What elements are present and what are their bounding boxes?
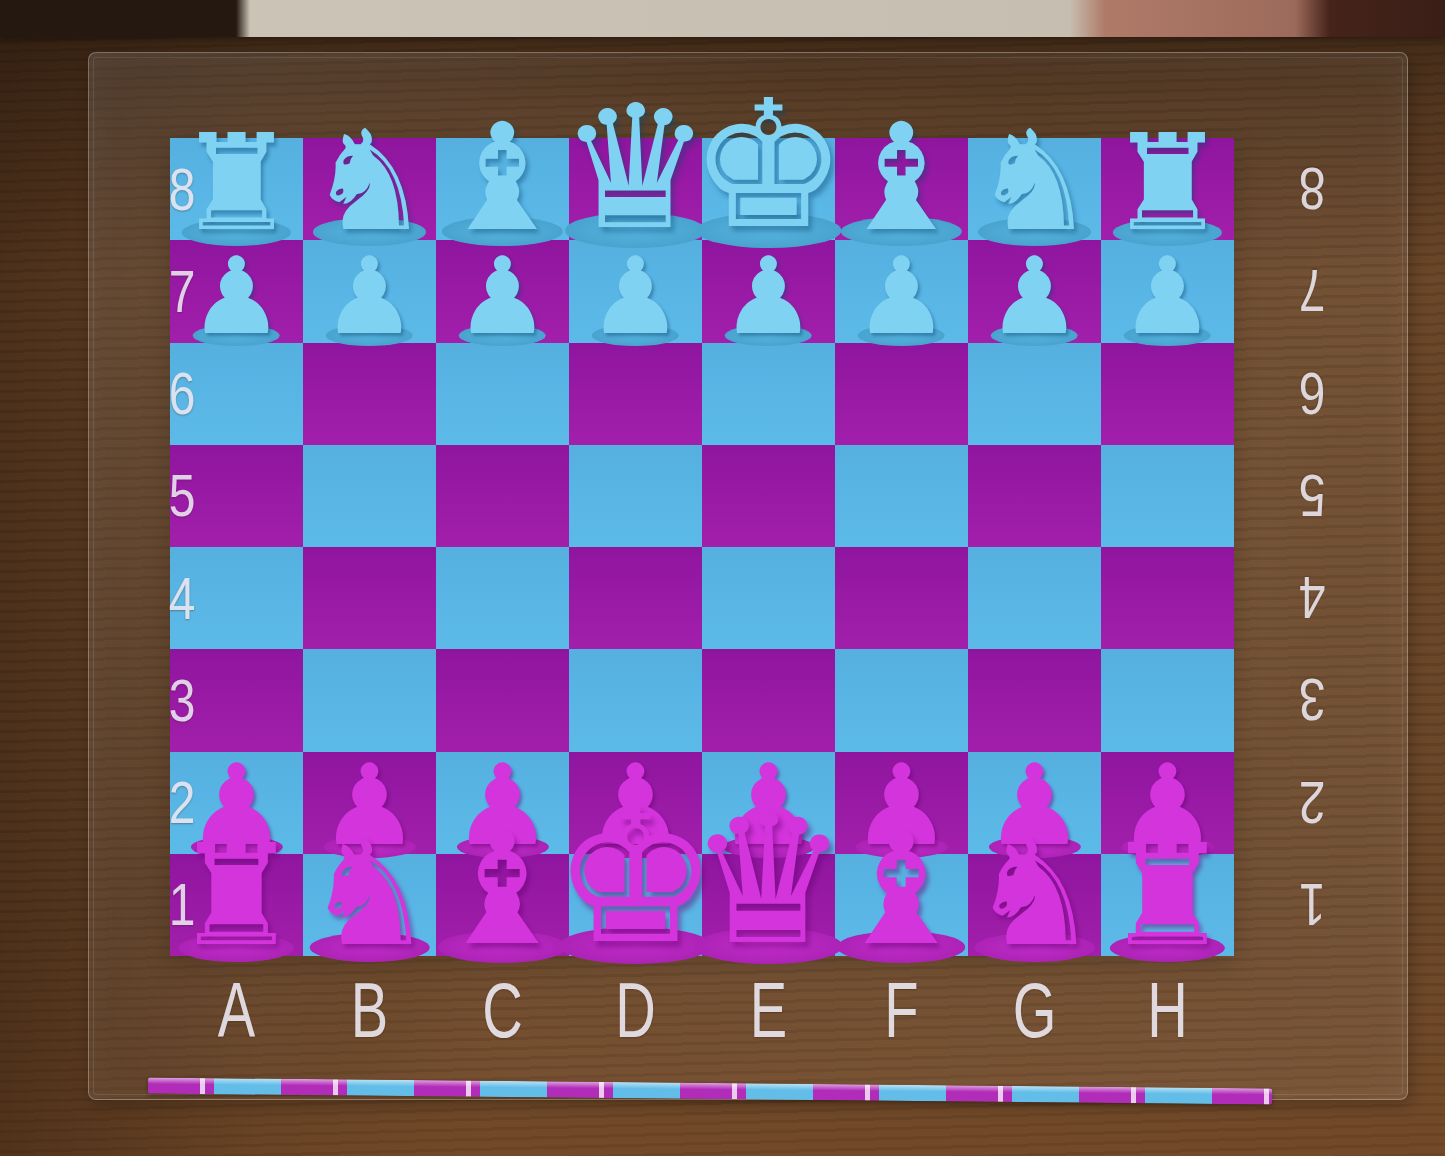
piece-white-knight[interactable]: ♞ <box>304 834 435 954</box>
piece-cell-f7: ♟ <box>835 240 968 342</box>
piece-black-pawn[interactable]: ♟ <box>1120 253 1215 340</box>
rank-labels-right-6: 6 <box>1257 343 1326 445</box>
brick-ledge <box>0 0 1445 37</box>
piece-black-king[interactable]: ♚ <box>689 93 847 238</box>
piece-cell-b8: ♞ <box>303 138 436 240</box>
square-h3[interactable] <box>1101 649 1234 751</box>
square-g5[interactable] <box>968 445 1101 547</box>
rank-labels-right-1: 1 <box>1257 854 1326 956</box>
piece-black-rook[interactable]: ♜ <box>1108 129 1227 238</box>
square-f5[interactable] <box>835 445 968 547</box>
piece-black-knight[interactable]: ♞ <box>972 125 1096 239</box>
piece-black-bishop[interactable]: ♝ <box>835 117 968 239</box>
piece-cell-c7: ♟ <box>436 240 569 342</box>
rank-labels-right-3: 3 <box>1257 649 1326 751</box>
piece-black-pawn[interactable]: ♟ <box>854 253 949 340</box>
rank-labels-right-4: 4 <box>1257 547 1326 649</box>
square-c4[interactable] <box>436 547 569 649</box>
square-c5[interactable] <box>436 445 569 547</box>
piece-black-rook[interactable]: ♜ <box>177 129 296 238</box>
rank-labels-left-6: 6 <box>127 343 196 445</box>
piece-black-pawn[interactable]: ♟ <box>189 253 284 340</box>
file-labels-a: A <box>189 964 285 1056</box>
piece-cell-g8: ♞ <box>968 138 1101 240</box>
piece-cell-f1: ♝ <box>835 854 968 956</box>
square-h4[interactable] <box>1101 547 1234 649</box>
piece-cell-h7: ♟ <box>1101 240 1234 342</box>
piece-cell-e7: ♟ <box>702 240 835 342</box>
rank-labels-right-8: 8 <box>1257 138 1326 240</box>
piece-black-pawn[interactable]: ♟ <box>455 253 550 340</box>
piece-white-queen[interactable]: ♛ <box>688 806 849 954</box>
square-e3[interactable] <box>702 649 835 751</box>
piece-cell-d8: ♛ <box>569 138 702 240</box>
square-c3[interactable] <box>436 649 569 751</box>
square-b5[interactable] <box>303 445 436 547</box>
square-d5[interactable] <box>569 445 702 547</box>
rank-labels-right-2: 2 <box>1257 752 1326 854</box>
piece-white-rook[interactable]: ♜ <box>174 839 300 954</box>
square-f4[interactable] <box>835 547 968 649</box>
piece-cell-h8: ♜ <box>1101 138 1234 240</box>
piece-black-knight[interactable]: ♞ <box>307 125 431 239</box>
piece-black-pawn[interactable]: ♟ <box>721 253 816 340</box>
square-b3[interactable] <box>303 649 436 751</box>
rank-labels-right-7: 7 <box>1257 240 1326 342</box>
square-g3[interactable] <box>968 649 1101 751</box>
piece-black-bishop[interactable]: ♝ <box>436 117 569 239</box>
piece-cell-b1: ♞ <box>303 854 436 956</box>
piece-cell-c8: ♝ <box>436 138 569 240</box>
piece-cell-b7: ♟ <box>303 240 436 342</box>
piece-cell-c1: ♝ <box>436 854 569 956</box>
piece-cell-d7: ♟ <box>569 240 702 342</box>
piece-black-pawn[interactable]: ♟ <box>588 253 683 340</box>
rank-labels-left-5: 5 <box>127 445 196 547</box>
piece-cell-h1: ♜ <box>1101 854 1234 956</box>
piece-cell-g1: ♞ <box>968 854 1101 956</box>
piece-cell-f8: ♝ <box>835 138 968 240</box>
piece-cell-g7: ♟ <box>968 240 1101 342</box>
rank-labels-right-5: 5 <box>1257 445 1326 547</box>
piece-black-pawn[interactable]: ♟ <box>322 253 417 340</box>
square-e5[interactable] <box>702 445 835 547</box>
piece-cell-a8: ♜ <box>170 138 303 240</box>
piece-cell-e8: ♚ <box>702 138 835 240</box>
photo-scene: ♜♞♝♛♚♝♞♜♟♟♟♟♟♟♟♟♟♟♟♟♟♟♟♟♜♞♝♚♛♝♞♜ 8765432… <box>0 0 1445 1156</box>
square-g4[interactable] <box>968 547 1101 649</box>
square-h5[interactable] <box>1101 445 1234 547</box>
piece-cell-e1: ♛ <box>702 854 835 956</box>
square-d3[interactable] <box>569 649 702 751</box>
rank-labels-left-4: 4 <box>127 547 196 649</box>
piece-white-knight[interactable]: ♞ <box>969 834 1100 954</box>
file-labels-h: H <box>1120 964 1216 1056</box>
piece-cell-d1: ♚ <box>569 854 702 956</box>
square-b4[interactable] <box>303 547 436 649</box>
square-d4[interactable] <box>569 547 702 649</box>
piece-black-pawn[interactable]: ♟ <box>987 253 1082 340</box>
square-e4[interactable] <box>702 547 835 649</box>
square-f3[interactable] <box>835 649 968 751</box>
piece-white-rook[interactable]: ♜ <box>1105 839 1231 954</box>
piece-cell-a1: ♜ <box>170 854 303 956</box>
rank-labels-left-3: 3 <box>127 649 196 751</box>
piece-white-bishop[interactable]: ♝ <box>832 826 972 954</box>
piece-cell-a7: ♟ <box>170 240 303 342</box>
rank-labels-right: 87654321 <box>1248 138 1334 956</box>
